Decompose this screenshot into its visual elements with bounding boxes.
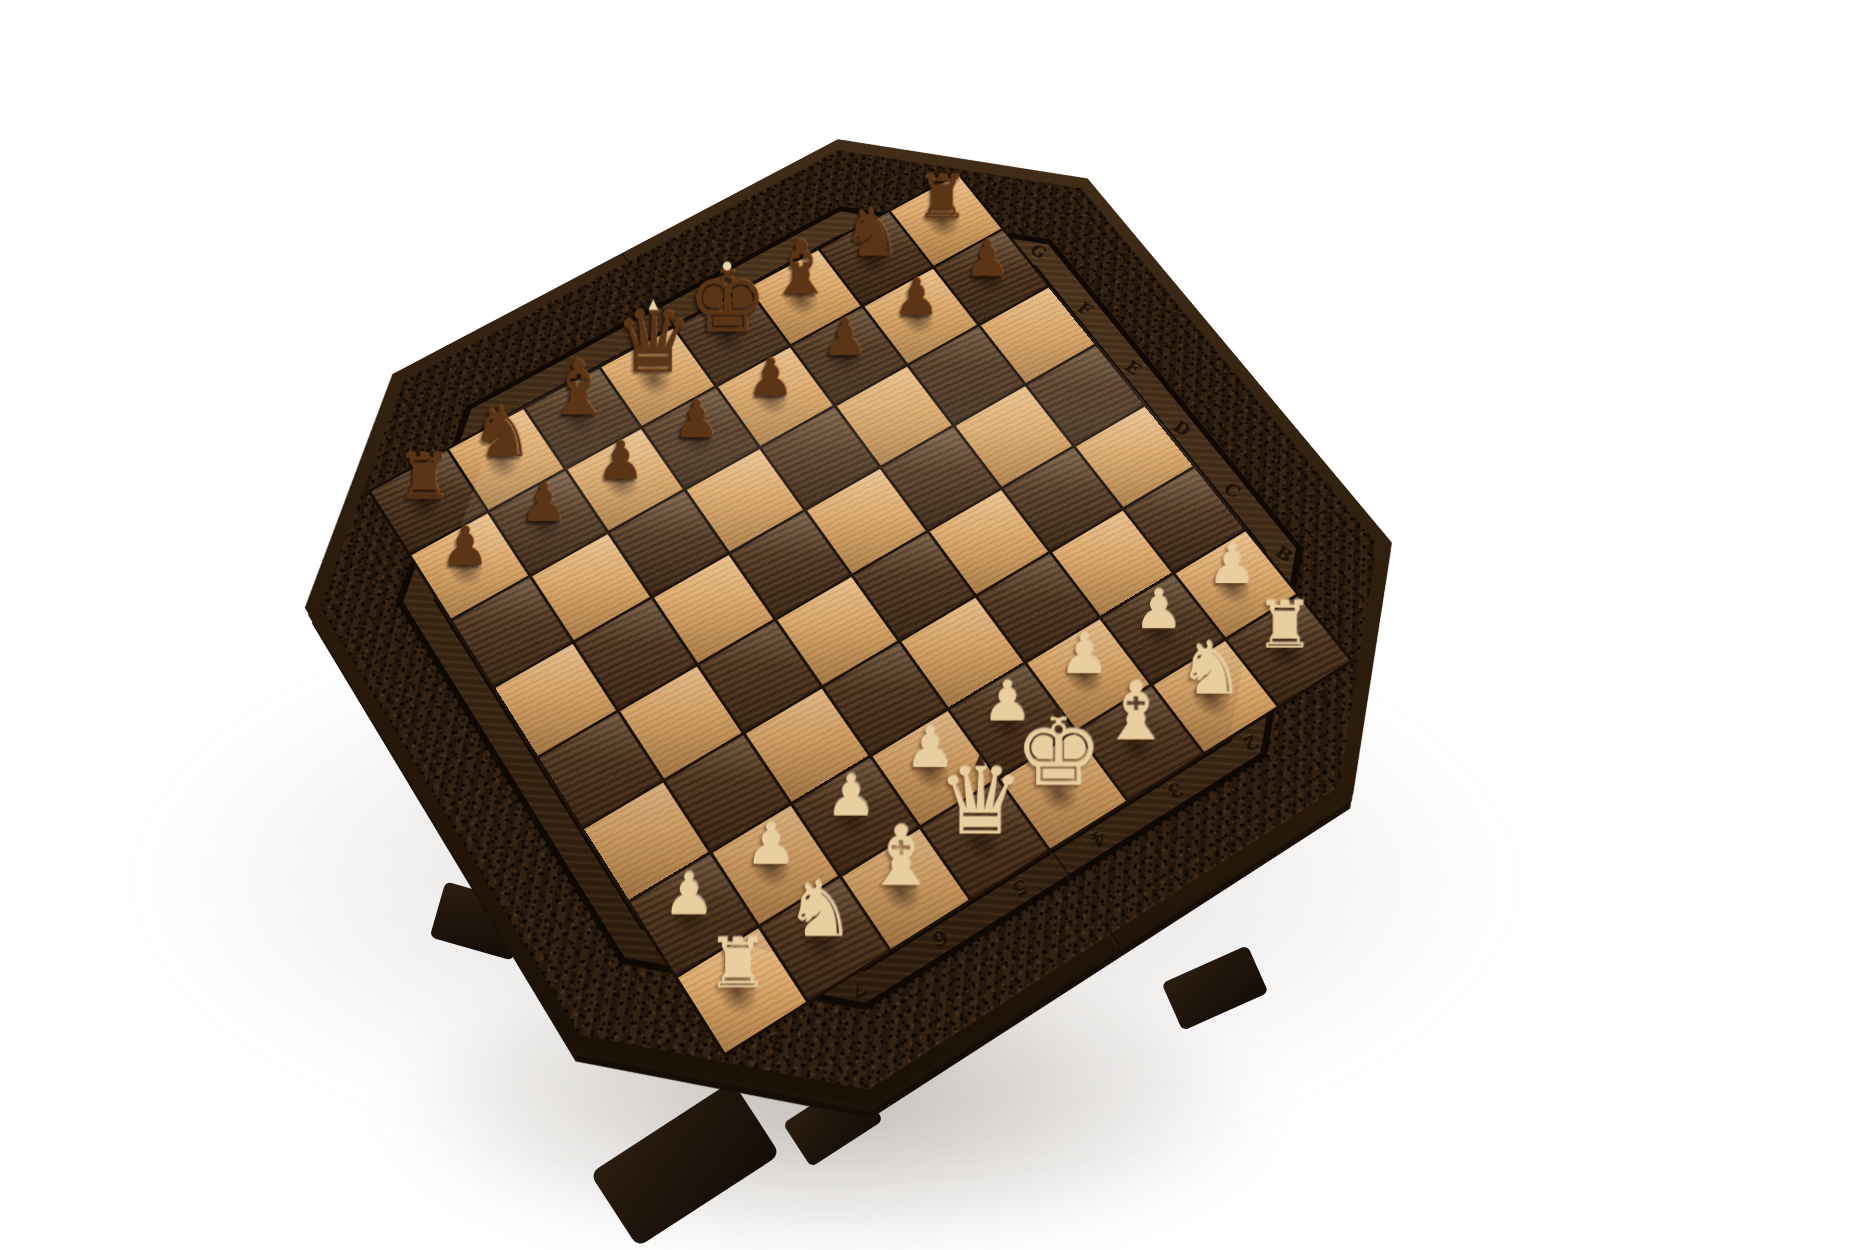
black-pawn-glyph: ♟ <box>893 273 939 322</box>
black-pawn-glyph: ♟ <box>673 394 720 444</box>
king-finial <box>723 261 732 270</box>
white-pawn-glyph: ♟ <box>1207 539 1256 590</box>
white-queen-glyph: ♛ <box>937 753 1024 845</box>
black-knight-glyph: ♞ <box>841 200 901 264</box>
photo-stage: HGFEDCBA 12345678 ♜♟♟♜♞♟♟♞♝♟♟♝♚♟♟♚♛♟♟♛♝♟… <box>0 0 1875 1250</box>
black-rook-glyph: ♜ <box>396 448 453 508</box>
queen-finial <box>649 299 659 310</box>
white-knight-glyph: ♞ <box>1177 632 1243 702</box>
white-king-glyph: ♚ <box>1015 704 1103 797</box>
black-knight-glyph: ♞ <box>470 398 533 465</box>
white-bishop-glyph: ♝ <box>1099 673 1171 750</box>
black-pawn-glyph: ♟ <box>520 478 568 529</box>
black-pawn-glyph: ♟ <box>597 435 645 485</box>
black-pawn-glyph: ♟ <box>441 521 489 572</box>
white-bishop-glyph: ♝ <box>864 816 939 895</box>
perspective-container: HGFEDCBA 12345678 ♜♟♟♜♞♟♟♞♝♟♟♝♚♟♟♚♛♟♟♛♝♟… <box>0 0 1875 1250</box>
white-knight-glyph: ♞ <box>785 872 854 946</box>
black-pawn-glyph: ♟ <box>748 353 795 402</box>
king-finial <box>1054 708 1063 717</box>
queen-finial <box>975 753 986 765</box>
black-king-glyph: ♚ <box>687 257 767 342</box>
black-bishop-glyph: ♝ <box>545 352 613 424</box>
black-pawn-glyph: ♟ <box>964 235 1009 283</box>
white-rook-glyph: ♜ <box>1255 595 1313 657</box>
black-pawn-glyph: ♟ <box>821 313 867 362</box>
chess-board: HGFEDCBA 12345678 ♜♟♟♜♞♟♟♞♝♟♟♝♚♟♟♚♛♟♟♛♝♟… <box>219 60 1515 1229</box>
white-rook-glyph: ♜ <box>706 931 768 997</box>
square-d4[interactable] <box>854 533 973 639</box>
black-queen-glyph: ♛ <box>614 299 693 383</box>
white-pawn-glyph: ♟ <box>1134 583 1183 635</box>
white-pawn-glyph: ♟ <box>663 866 715 921</box>
black-bishop-glyph: ♝ <box>767 233 833 303</box>
black-rook-glyph: ♜ <box>915 169 968 225</box>
